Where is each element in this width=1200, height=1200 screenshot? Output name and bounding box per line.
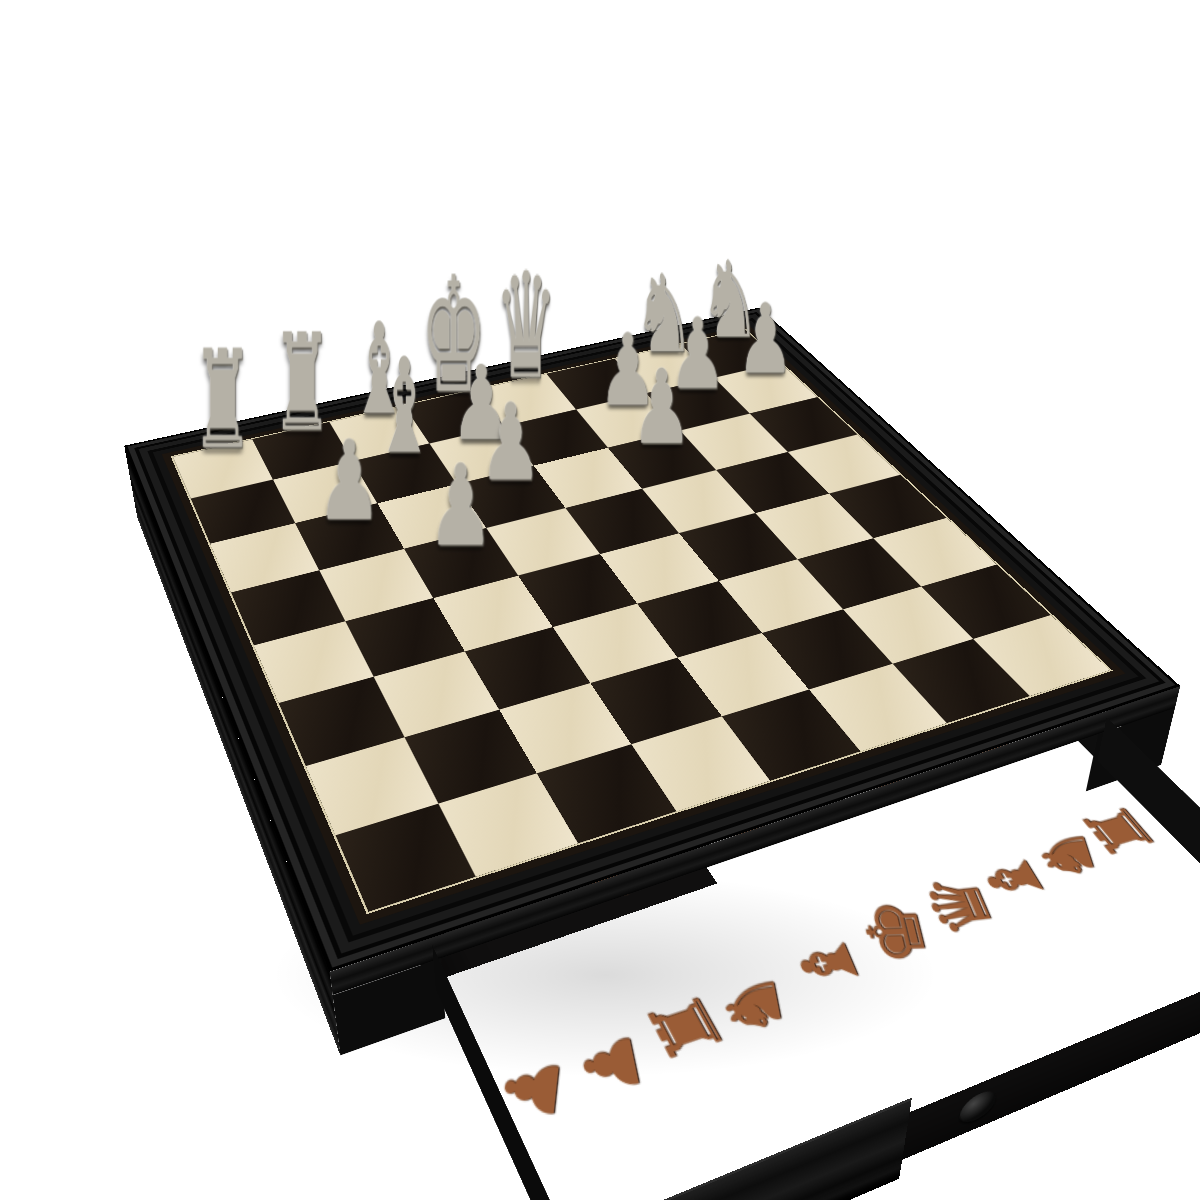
chess-chest: ♜♜♝♚♛♞♞♝♟♟♟♟♟♟♟♟ ♟♟♜♞♝♚♛♝♞♜♟♜♟♜ xyxy=(124,308,1180,972)
square-f4[interactable] xyxy=(679,513,797,581)
piece-silver-pawn-b6[interactable]: ♟ xyxy=(317,426,382,536)
scene-stage: ♜♜♝♚♛♞♞♝♟♟♟♟♟♟♟♟ ♟♟♜♞♝♚♛♝♞♜♟♜♟♜ xyxy=(0,0,1200,1200)
piece-silver-pawn-c5[interactable]: ♟ xyxy=(427,449,493,562)
drawer-knob[interactable] xyxy=(958,1086,998,1127)
piece-silver-bishop-c7[interactable]: ♝ xyxy=(374,341,434,472)
drawer-piece-pawn[interactable]: ♟ xyxy=(570,1026,651,1103)
piece-silver-rook-a8[interactable]: ♜ xyxy=(192,332,253,468)
piece-silver-pawn-f6[interactable]: ♟ xyxy=(631,356,692,459)
drawer-piece-knight[interactable]: ♞ xyxy=(712,970,796,1042)
piece-silver-pawn-h7[interactable]: ♟ xyxy=(737,291,794,387)
